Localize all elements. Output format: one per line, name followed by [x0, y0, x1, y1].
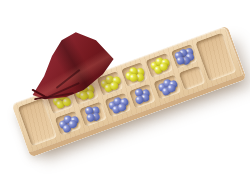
- back-row-pit-4[interactable]: [121, 62, 148, 87]
- front-row-pit-6[interactable]: [178, 65, 205, 90]
- back-row-pit-5[interactable]: [146, 53, 173, 78]
- front-row-pit-1[interactable]: [55, 110, 82, 135]
- photo-background: [0, 0, 250, 185]
- back-row-pit-6[interactable]: [170, 44, 197, 69]
- front-row-pit-3[interactable]: [104, 92, 131, 117]
- front-row-pit-4[interactable]: [129, 83, 156, 108]
- front-row-pit-5[interactable]: [154, 74, 181, 99]
- front-row-pit-2[interactable]: [79, 101, 106, 126]
